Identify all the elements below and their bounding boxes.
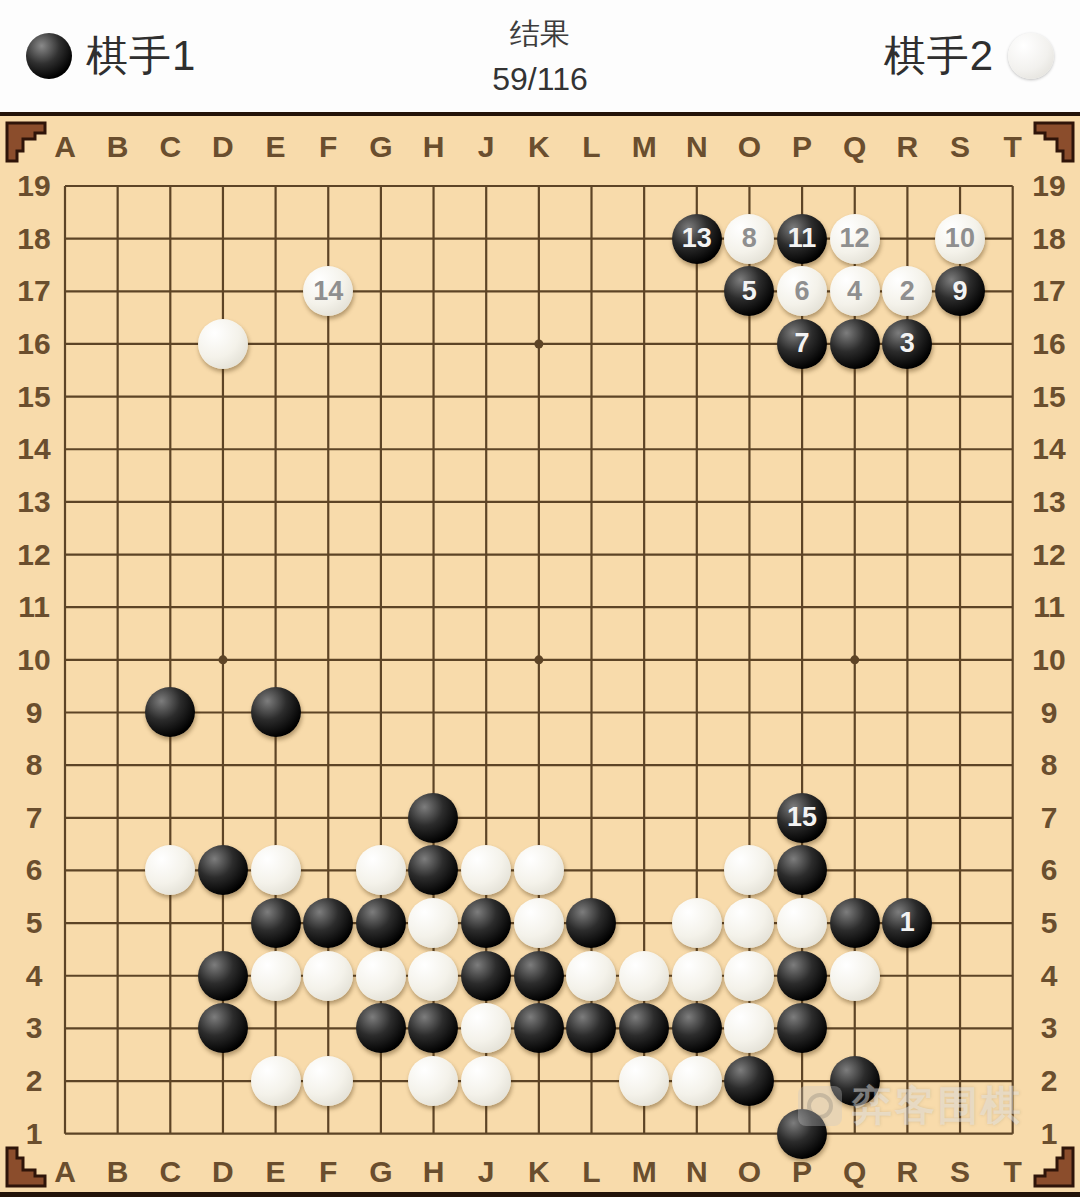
board-bottom-edge <box>0 1192 1080 1197</box>
col-label-bottom-Q: Q <box>843 1155 866 1189</box>
stone-white-O4 <box>724 951 774 1001</box>
stone-white-C6 <box>145 845 195 895</box>
stone-white-O18: 8 <box>724 214 774 264</box>
row-label-right-8: 8 <box>1041 748 1058 782</box>
stone-white-F4 <box>303 951 353 1001</box>
col-label-bottom-L: L <box>582 1155 600 1189</box>
col-label-bottom-P: P <box>792 1155 812 1189</box>
row-label-right-3: 3 <box>1041 1011 1058 1045</box>
row-label-right-2: 2 <box>1041 1064 1058 1098</box>
stone-black-P4 <box>777 951 827 1001</box>
move-number: 4 <box>847 278 862 305</box>
stone-white-Q18: 12 <box>830 214 880 264</box>
stone-white-K6 <box>514 845 564 895</box>
col-label-bottom-K: K <box>528 1155 550 1189</box>
stone-black-R5: 1 <box>882 898 932 948</box>
stone-white-S18: 10 <box>935 214 985 264</box>
col-label-bottom-B: B <box>107 1155 129 1189</box>
stone-black-P3 <box>777 1003 827 1053</box>
stone-black-O2 <box>724 1056 774 1106</box>
stone-white-H2 <box>408 1056 458 1106</box>
stone-black-E5 <box>251 898 301 948</box>
move-number: 2 <box>900 278 915 305</box>
move-number: 15 <box>787 804 817 831</box>
stone-white-H5 <box>408 898 458 948</box>
stone-black-D4 <box>198 951 248 1001</box>
row-label-right-5: 5 <box>1041 906 1058 940</box>
move-number: 8 <box>742 225 757 252</box>
col-label-bottom-C: C <box>159 1155 181 1189</box>
black-stone-icon <box>26 33 72 79</box>
stone-black-L5 <box>566 898 616 948</box>
stone-white-L4 <box>566 951 616 1001</box>
row-label-right-4: 4 <box>1041 959 1058 993</box>
col-label-bottom-S: S <box>950 1155 970 1189</box>
stone-black-R16: 3 <box>882 319 932 369</box>
stone-white-N4 <box>672 951 722 1001</box>
stone-white-J2 <box>461 1056 511 1106</box>
stone-black-Q16 <box>830 319 880 369</box>
col-label-bottom-T: T <box>1004 1155 1022 1189</box>
stone-white-O5 <box>724 898 774 948</box>
stone-black-N3 <box>672 1003 722 1053</box>
header-bar: 棋手1 结果 59/116 棋手2 <box>0 0 1080 112</box>
stone-white-P17: 6 <box>777 266 827 316</box>
move-number: 5 <box>742 278 757 305</box>
player1-info: 棋手1 <box>26 28 196 84</box>
row-label-right-7: 7 <box>1041 801 1058 835</box>
stone-white-E4 <box>251 951 301 1001</box>
app-watermark: 弈客围棋 <box>798 1078 1024 1133</box>
col-label-bottom-M: M <box>632 1155 657 1189</box>
stone-black-P6 <box>777 845 827 895</box>
move-counter: 59/116 <box>492 61 588 98</box>
stone-white-M2 <box>619 1056 669 1106</box>
stone-white-M4 <box>619 951 669 1001</box>
move-number: 11 <box>788 225 817 252</box>
stone-white-J6 <box>461 845 511 895</box>
move-number: 12 <box>840 225 870 252</box>
col-label-bottom-G: G <box>369 1155 392 1189</box>
stone-black-K4 <box>514 951 564 1001</box>
stone-black-L3 <box>566 1003 616 1053</box>
stone-black-D3 <box>198 1003 248 1053</box>
stone-black-H3 <box>408 1003 458 1053</box>
stone-white-E6 <box>251 845 301 895</box>
col-label-bottom-R: R <box>897 1155 919 1189</box>
stone-black-G5 <box>356 898 406 948</box>
stone-white-G4 <box>356 951 406 1001</box>
stone-white-D16 <box>198 319 248 369</box>
stone-black-P16: 7 <box>777 319 827 369</box>
row-label-right-1: 1 <box>1041 1117 1058 1151</box>
stone-black-K3 <box>514 1003 564 1053</box>
col-label-bottom-A: A <box>54 1155 76 1189</box>
app-screen: 棋手1 结果 59/116 棋手2 AABBCCDDEEFFGGHHJJKKLL… <box>0 0 1080 1197</box>
stone-black-F5 <box>303 898 353 948</box>
row-label-right-6: 6 <box>1041 853 1058 887</box>
go-board[interactable]: AABBCCDDEEFFGGHHJJKKLLMMNNOOPPQQRRSSTT19… <box>0 112 1080 1197</box>
stone-black-Q5 <box>830 898 880 948</box>
stone-black-N18: 13 <box>672 214 722 264</box>
stone-white-K5 <box>514 898 564 948</box>
stone-black-M3 <box>619 1003 669 1053</box>
move-number: 13 <box>682 225 712 252</box>
stone-white-O3 <box>724 1003 774 1053</box>
col-label-bottom-O: O <box>738 1155 761 1189</box>
col-label-bottom-N: N <box>686 1155 708 1189</box>
row-label-right-9: 9 <box>1041 696 1058 730</box>
move-number: 3 <box>900 330 915 357</box>
player2-name: 棋手2 <box>884 28 994 84</box>
move-number: 7 <box>794 330 809 357</box>
stone-white-N5 <box>672 898 722 948</box>
stone-black-P7: 15 <box>777 793 827 843</box>
stone-black-H6 <box>408 845 458 895</box>
stone-white-E2 <box>251 1056 301 1106</box>
stone-black-S17: 9 <box>935 266 985 316</box>
stone-white-Q4 <box>830 951 880 1001</box>
stone-white-P5 <box>777 898 827 948</box>
stone-white-G6 <box>356 845 406 895</box>
player2-info: 棋手2 <box>884 28 1054 84</box>
stone-black-H7 <box>408 793 458 843</box>
move-number: 6 <box>794 278 809 305</box>
result-title: 结果 <box>510 14 570 55</box>
stone-black-C9 <box>145 687 195 737</box>
col-label-bottom-H: H <box>423 1155 445 1189</box>
watermark-camera-icon <box>798 1086 842 1126</box>
stone-black-P18: 11 <box>777 214 827 264</box>
stone-black-E9 <box>251 687 301 737</box>
stone-black-O17: 5 <box>724 266 774 316</box>
stone-white-Q17: 4 <box>830 266 880 316</box>
stone-white-F17: 14 <box>303 266 353 316</box>
white-stone-icon <box>1008 33 1054 79</box>
col-label-bottom-E: E <box>266 1155 286 1189</box>
stone-black-D6 <box>198 845 248 895</box>
watermark-text: 弈客围棋 <box>852 1078 1024 1133</box>
stone-white-H4 <box>408 951 458 1001</box>
col-label-bottom-F: F <box>319 1155 337 1189</box>
stone-black-J5 <box>461 898 511 948</box>
move-number: 10 <box>945 225 975 252</box>
move-number: 1 <box>900 909 915 936</box>
stone-white-F2 <box>303 1056 353 1106</box>
col-label-bottom-J: J <box>478 1155 495 1189</box>
stone-white-J3 <box>461 1003 511 1053</box>
stone-white-R17: 2 <box>882 266 932 316</box>
stone-black-J4 <box>461 951 511 1001</box>
move-number: 9 <box>952 278 967 305</box>
stone-white-O6 <box>724 845 774 895</box>
stone-black-G3 <box>356 1003 406 1053</box>
col-label-bottom-D: D <box>212 1155 234 1189</box>
move-number: 14 <box>313 278 343 305</box>
player1-name: 棋手1 <box>86 28 196 84</box>
stones-layer: 138111210145642973151 <box>39 160 1039 1160</box>
stone-white-N2 <box>672 1056 722 1106</box>
